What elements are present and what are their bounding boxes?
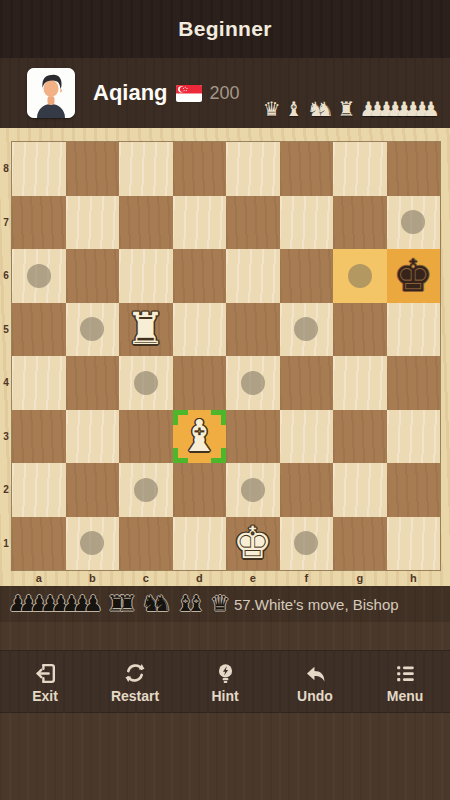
black-king-piece: ♚ [394, 254, 433, 298]
rank-label-6: 6 [0, 249, 12, 303]
square-d6[interactable] [173, 249, 227, 303]
square-e6[interactable] [226, 249, 280, 303]
captured-white-rook: ♜ [338, 99, 356, 119]
square-a2[interactable] [12, 463, 66, 517]
square-c2[interactable] [119, 463, 173, 517]
selection-corner [173, 410, 188, 425]
player-bar: Aqiang 200 ♛♝♞♞♜♟♟♟♟♟♟♟♟ [0, 58, 450, 128]
square-f6[interactable] [280, 249, 334, 303]
square-b1[interactable] [66, 517, 120, 571]
captured-white-bishop: ♝ [285, 99, 303, 119]
rank-labels: 87654321 [0, 142, 12, 570]
square-d5[interactable] [173, 303, 227, 357]
file-label-h: h [387, 570, 441, 585]
captured-black-pieces: ♟♟♟♟♟♟♟♟♜♜♞♞♝♝♛ [8, 593, 230, 615]
legal-move-dot [401, 210, 425, 234]
captured-black-rook: ♜ [118, 593, 138, 615]
square-c1[interactable] [119, 517, 173, 571]
square-b7[interactable] [66, 196, 120, 250]
square-b4[interactable] [66, 356, 120, 410]
square-a4[interactable] [12, 356, 66, 410]
white-king-piece: ♚ [233, 521, 272, 565]
square-d2[interactable] [173, 463, 227, 517]
square-e3[interactable] [226, 410, 280, 464]
square-f7[interactable] [280, 196, 334, 250]
legal-move-dot [27, 264, 51, 288]
hint-icon [213, 660, 238, 686]
square-b2[interactable] [66, 463, 120, 517]
captured-white-knight: ♞ [316, 99, 334, 119]
square-f3[interactable] [280, 410, 334, 464]
square-g7[interactable] [333, 196, 387, 250]
square-f5[interactable] [280, 303, 334, 357]
page-title: Beginner [178, 17, 271, 41]
exit-button[interactable]: Exit [0, 651, 90, 712]
square-c5[interactable]: ♜ [119, 303, 173, 357]
square-h2[interactable] [387, 463, 441, 517]
square-h3[interactable] [387, 410, 441, 464]
file-label-c: c [119, 570, 173, 585]
captured-white-pieces: ♛♝♞♞♜♟♟♟♟♟♟♟♟ [263, 99, 442, 120]
square-c7[interactable] [119, 196, 173, 250]
square-g1[interactable] [333, 517, 387, 571]
captured-white-pawn: ♟ [422, 99, 440, 119]
square-c3[interactable] [119, 410, 173, 464]
square-g5[interactable] [333, 303, 387, 357]
legal-move-dot [348, 264, 372, 288]
square-g3[interactable] [333, 410, 387, 464]
board-frame: 87654321 ♚♜♝♚ abcdefgh [0, 128, 450, 586]
exit-label: Exit [32, 689, 58, 703]
file-label-b: b [66, 570, 120, 585]
square-h7[interactable] [387, 196, 441, 250]
legal-move-dot [241, 478, 265, 502]
square-f1[interactable] [280, 517, 334, 571]
square-a1[interactable] [12, 517, 66, 571]
menu-icon [393, 660, 418, 686]
selection-corner [211, 410, 226, 425]
menu-label: Menu [387, 689, 424, 703]
square-e5[interactable] [226, 303, 280, 357]
square-e2[interactable] [226, 463, 280, 517]
square-h6[interactable]: ♚ [387, 249, 441, 303]
file-label-a: a [12, 570, 66, 585]
file-label-e: e [226, 570, 280, 585]
hint-button[interactable]: Hint [180, 651, 270, 712]
player-avatar[interactable] [27, 68, 75, 118]
rank-label-3: 3 [0, 410, 12, 464]
selection-corner [173, 448, 188, 463]
square-d4[interactable] [173, 356, 227, 410]
app-screen: Beginner Aqiang [0, 0, 450, 800]
square-g4[interactable] [333, 356, 387, 410]
legal-move-dot [294, 317, 318, 341]
chess-board: ♚♜♝♚ [12, 142, 440, 570]
square-e4[interactable] [226, 356, 280, 410]
file-labels: abcdefgh [12, 570, 440, 585]
square-g8[interactable] [333, 142, 387, 196]
square-a3[interactable] [12, 410, 66, 464]
rank-label-1: 1 [0, 517, 12, 571]
square-c8[interactable] [119, 142, 173, 196]
square-h8[interactable] [387, 142, 441, 196]
square-g2[interactable] [333, 463, 387, 517]
legal-move-dot [134, 371, 158, 395]
legal-move-dot [241, 371, 265, 395]
square-c6[interactable] [119, 249, 173, 303]
player-name: Aqiang [93, 80, 168, 106]
restart-icon [122, 660, 148, 686]
square-h5[interactable] [387, 303, 441, 357]
square-b3[interactable] [66, 410, 120, 464]
legal-move-dot [80, 531, 104, 555]
square-a5[interactable] [12, 303, 66, 357]
selection-corner [211, 448, 226, 463]
captured-black-queen: ♛ [210, 593, 230, 615]
undo-label: Undo [297, 689, 333, 703]
square-f8[interactable] [280, 142, 334, 196]
square-d8[interactable] [173, 142, 227, 196]
restart-button[interactable]: Restart [90, 651, 180, 712]
avatar-image [27, 68, 75, 118]
undo-button[interactable]: Undo [270, 651, 360, 712]
square-f2[interactable] [280, 463, 334, 517]
square-e8[interactable] [226, 142, 280, 196]
square-c4[interactable] [119, 356, 173, 410]
player-info: Aqiang 200 [93, 80, 240, 106]
square-g6[interactable] [333, 249, 387, 303]
exit-icon [33, 660, 58, 686]
captured-white-queen: ♛ [263, 99, 281, 119]
captured-black-bishop: ♝ [187, 593, 207, 615]
captured-black-knight: ♞ [152, 593, 172, 615]
square-h4[interactable] [387, 356, 441, 410]
square-e7[interactable] [226, 196, 280, 250]
rank-label-8: 8 [0, 142, 12, 196]
rank-label-4: 4 [0, 356, 12, 410]
square-b6[interactable] [66, 249, 120, 303]
rank-label-2: 2 [0, 463, 12, 517]
rank-label-7: 7 [0, 196, 12, 250]
square-a7[interactable] [12, 196, 66, 250]
restart-label: Restart [111, 689, 159, 703]
square-a6[interactable] [12, 249, 66, 303]
file-label-g: g [333, 570, 387, 585]
square-d7[interactable] [173, 196, 227, 250]
file-label-f: f [280, 570, 334, 585]
square-e1[interactable]: ♚ [226, 517, 280, 571]
status-bar: ♟♟♟♟♟♟♟♟♜♜♞♞♝♝♛ 57.White's move, Bishop [0, 586, 450, 622]
legal-move-dot [80, 317, 104, 341]
square-h1[interactable] [387, 517, 441, 571]
white-rook-piece: ♜ [126, 307, 165, 351]
hint-label: Hint [211, 689, 238, 703]
square-d1[interactable] [173, 517, 227, 571]
square-b8[interactable] [66, 142, 120, 196]
file-label-d: d [173, 570, 227, 585]
square-d3[interactable]: ♝ [173, 410, 227, 464]
square-f4[interactable] [280, 356, 334, 410]
move-status-text: 57.White's move, Bishop [234, 596, 399, 613]
legal-move-dot [294, 531, 318, 555]
rank-label-5: 5 [0, 303, 12, 357]
undo-icon [303, 660, 328, 686]
legal-move-dot [134, 478, 158, 502]
bottom-toolbar: Exit Restart Hin [0, 651, 450, 712]
square-b5[interactable] [66, 303, 120, 357]
player-rating: 200 [210, 83, 240, 104]
captured-black-pawn: ♟ [83, 593, 103, 615]
singapore-flag-icon [176, 85, 202, 102]
top-bar: Beginner [0, 0, 450, 58]
menu-button[interactable]: Menu [360, 651, 450, 712]
square-a8[interactable] [12, 142, 66, 196]
